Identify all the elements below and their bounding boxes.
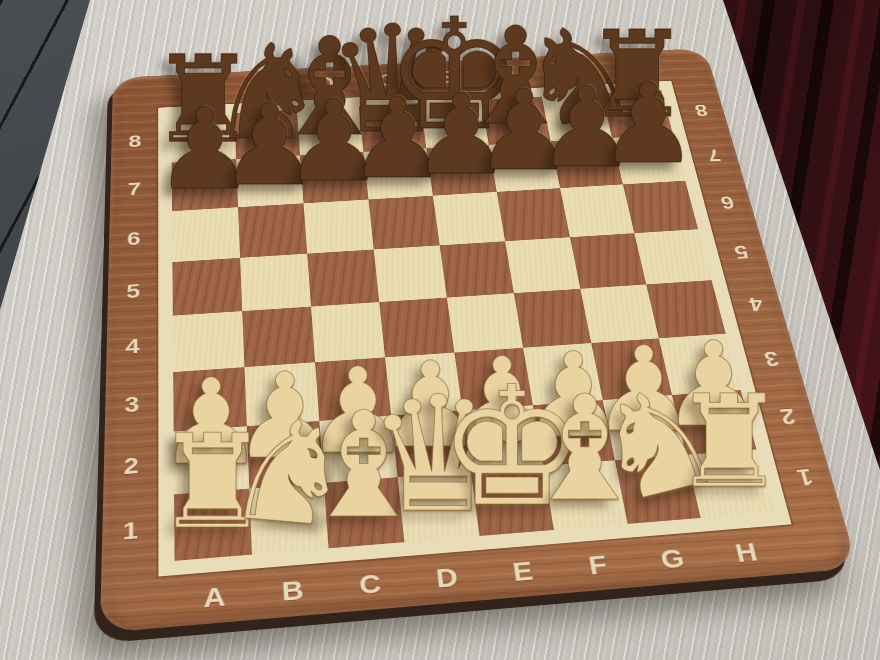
square-a5[interactable] — [172, 258, 242, 316]
rank-labels-left: 87654321 — [102, 117, 159, 567]
rank-label-7: 7 — [110, 163, 158, 214]
rank-label-3: 3 — [105, 373, 159, 437]
file-label-d: D — [406, 550, 488, 606]
square-c5[interactable] — [307, 249, 379, 306]
file-label-g: G — [630, 532, 715, 587]
square-d5[interactable] — [374, 245, 447, 302]
square-h5[interactable] — [634, 229, 711, 284]
rank-label-5: 5 — [107, 263, 158, 320]
file-label-e: E — [481, 544, 564, 600]
square-b5[interactable] — [240, 254, 311, 311]
rank-label-1: 1 — [102, 496, 159, 567]
file-label-a: A — [175, 569, 255, 627]
scene: 87654321 87654321 ABCDEFGH ABCDEFGH ♜♞♝♛… — [0, 0, 880, 660]
square-f5[interactable] — [505, 237, 580, 293]
white-rook-h1[interactable]: ♜ — [672, 378, 787, 506]
black-pawn-h7[interactable]: ♟ — [599, 68, 699, 179]
rank-label-2: 2 — [103, 433, 158, 500]
file-label-c: C — [330, 556, 412, 613]
square-g5[interactable] — [570, 233, 646, 289]
rank-label-4: 4 — [106, 317, 158, 377]
square-e5[interactable] — [440, 241, 514, 297]
file-label-f: F — [556, 538, 640, 594]
file-label-h: H — [704, 526, 790, 581]
rank-label-6: 6 — [109, 212, 159, 266]
square-a6[interactable] — [172, 207, 240, 262]
file-label-b: B — [253, 562, 334, 619]
